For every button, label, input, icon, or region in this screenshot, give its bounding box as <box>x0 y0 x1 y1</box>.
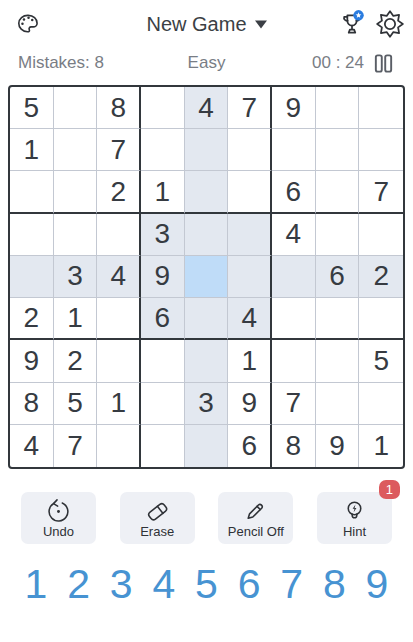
cell-r1c7[interactable]: 9 <box>272 87 316 129</box>
cell-r7c5[interactable] <box>185 340 229 382</box>
cell-r6c7[interactable] <box>272 298 316 340</box>
new-game-dropdown[interactable]: New Game <box>146 13 266 36</box>
cell-r9c6[interactable]: 6 <box>228 425 272 467</box>
cell-r5c3[interactable]: 4 <box>97 256 141 298</box>
number-pad: 123456789 <box>0 561 413 608</box>
cell-r4c6[interactable] <box>228 214 272 256</box>
cell-r3c3[interactable]: 2 <box>97 171 141 213</box>
cell-r8c2[interactable]: 5 <box>54 383 98 425</box>
cell-r4c3[interactable] <box>97 214 141 256</box>
cell-r3c1[interactable] <box>10 171 54 213</box>
cell-r8c1[interactable]: 8 <box>10 383 54 425</box>
cell-r9c8[interactable]: 9 <box>316 425 360 467</box>
cell-r1c4[interactable] <box>141 87 185 129</box>
chevron-down-icon <box>255 20 267 28</box>
cell-r7c8[interactable] <box>316 340 360 382</box>
cell-r3c2[interactable] <box>54 171 98 213</box>
header: New Game <box>0 0 413 48</box>
cell-r6c3[interactable] <box>97 298 141 340</box>
cell-r6c8[interactable] <box>316 298 360 340</box>
cell-r6c9[interactable] <box>359 298 403 340</box>
undo-button[interactable]: Undo <box>21 492 96 544</box>
cell-r4c5[interactable] <box>185 214 229 256</box>
cell-r8c9[interactable] <box>359 383 403 425</box>
cell-r1c9[interactable] <box>359 87 403 129</box>
cell-r8c6[interactable]: 9 <box>228 383 272 425</box>
cell-r6c1[interactable]: 2 <box>10 298 54 340</box>
numpad-9[interactable]: 9 <box>357 561 397 608</box>
trophy-icon[interactable] <box>337 10 367 38</box>
cell-r1c8[interactable] <box>316 87 360 129</box>
mistakes-counter: Mistakes: 8 <box>18 53 144 73</box>
cell-r8c8[interactable] <box>316 383 360 425</box>
status-bar: Mistakes: 8 Easy 00 : 24 <box>0 48 413 78</box>
cell-r3c9[interactable]: 7 <box>359 171 403 213</box>
cell-r8c4[interactable] <box>141 383 185 425</box>
cell-r9c7[interactable]: 8 <box>272 425 316 467</box>
cell-r5c8[interactable]: 6 <box>316 256 360 298</box>
cell-r2c9[interactable] <box>359 129 403 171</box>
cell-r9c2[interactable]: 7 <box>54 425 98 467</box>
numpad-4[interactable]: 4 <box>144 561 184 608</box>
cell-r5c2[interactable]: 3 <box>54 256 98 298</box>
cell-r3c7[interactable]: 6 <box>272 171 316 213</box>
hint-label: Hint <box>343 524 366 539</box>
cell-r4c2[interactable] <box>54 214 98 256</box>
cell-r7c6[interactable]: 1 <box>228 340 272 382</box>
pencil-label: Pencil Off <box>228 524 284 539</box>
toolbar: Undo Erase Pencil Off 1 Hint <box>21 492 392 544</box>
cell-r3c6[interactable] <box>228 171 272 213</box>
cell-r1c5[interactable]: 4 <box>185 87 229 129</box>
cell-r6c5[interactable] <box>185 298 229 340</box>
cell-r7c2[interactable]: 2 <box>54 340 98 382</box>
cell-r5c6[interactable] <box>228 256 272 298</box>
page-title: New Game <box>146 13 246 36</box>
cell-r3c4[interactable]: 1 <box>141 171 185 213</box>
cell-r8c3[interactable]: 1 <box>97 383 141 425</box>
cell-r2c2[interactable] <box>54 129 98 171</box>
difficulty-label: Easy <box>144 53 270 73</box>
cell-r7c9[interactable]: 5 <box>359 340 403 382</box>
numpad-8[interactable]: 8 <box>314 561 354 608</box>
undo-label: Undo <box>43 524 74 539</box>
cell-r6c2[interactable]: 1 <box>54 298 98 340</box>
cell-r6c4[interactable]: 6 <box>141 298 185 340</box>
cell-r4c4[interactable]: 3 <box>141 214 185 256</box>
erase-label: Erase <box>140 524 174 539</box>
pause-button[interactable] <box>372 52 395 75</box>
cell-r4c9[interactable] <box>359 214 403 256</box>
cell-r2c1[interactable]: 1 <box>10 129 54 171</box>
timer: 00 : 24 <box>312 53 364 73</box>
cell-r1c6[interactable]: 7 <box>228 87 272 129</box>
numpad-1[interactable]: 1 <box>16 561 56 608</box>
cell-r7c4[interactable] <box>141 340 185 382</box>
numpad-2[interactable]: 2 <box>59 561 99 608</box>
cell-r1c1[interactable]: 5 <box>10 87 54 129</box>
cell-r2c7[interactable] <box>272 129 316 171</box>
cell-r9c9[interactable]: 1 <box>359 425 403 467</box>
cell-r5c9[interactable]: 2 <box>359 256 403 298</box>
cell-r9c4[interactable] <box>141 425 185 467</box>
cell-r9c1[interactable]: 4 <box>10 425 54 467</box>
cell-r9c5[interactable] <box>185 425 229 467</box>
cell-r8c7[interactable]: 7 <box>272 383 316 425</box>
cell-r5c4[interactable]: 9 <box>141 256 185 298</box>
cell-r4c7[interactable]: 4 <box>272 214 316 256</box>
cell-r4c8[interactable] <box>316 214 360 256</box>
cell-r2c6[interactable] <box>228 129 272 171</box>
hint-badge: 1 <box>379 480 400 499</box>
hint-button[interactable]: 1 Hint <box>317 492 392 544</box>
cell-r2c8[interactable] <box>316 129 360 171</box>
cell-r4c1[interactable] <box>10 214 54 256</box>
cell-r7c3[interactable] <box>97 340 141 382</box>
cell-r5c7[interactable] <box>272 256 316 298</box>
cell-r5c5[interactable] <box>185 256 229 298</box>
cell-r9c3[interactable] <box>97 425 141 467</box>
cell-r3c5[interactable] <box>185 171 229 213</box>
cell-r2c4[interactable] <box>141 129 185 171</box>
erase-button[interactable]: Erase <box>120 492 195 544</box>
cell-r1c3[interactable]: 8 <box>97 87 141 129</box>
pencil-button[interactable]: Pencil Off <box>218 492 293 544</box>
numpad-6[interactable]: 6 <box>229 561 269 608</box>
cell-r2c5[interactable] <box>185 129 229 171</box>
numpad-5[interactable]: 5 <box>187 561 227 608</box>
settings-gear-icon[interactable] <box>376 10 404 38</box>
cell-r5c1[interactable] <box>10 256 54 298</box>
cell-r3c8[interactable] <box>316 171 360 213</box>
cell-r1c2[interactable] <box>54 87 98 129</box>
numpad-7[interactable]: 7 <box>272 561 312 608</box>
cell-r2c3[interactable]: 7 <box>97 129 141 171</box>
cell-r8c5[interactable]: 3 <box>185 383 229 425</box>
numpad-3[interactable]: 3 <box>101 561 141 608</box>
cell-r6c6[interactable]: 4 <box>228 298 272 340</box>
cell-r7c7[interactable] <box>272 340 316 382</box>
cell-r7c1[interactable]: 9 <box>10 340 54 382</box>
sudoku-board: 58479172167343496221649215851397476891 <box>8 85 405 469</box>
theme-palette-icon[interactable] <box>15 11 41 37</box>
